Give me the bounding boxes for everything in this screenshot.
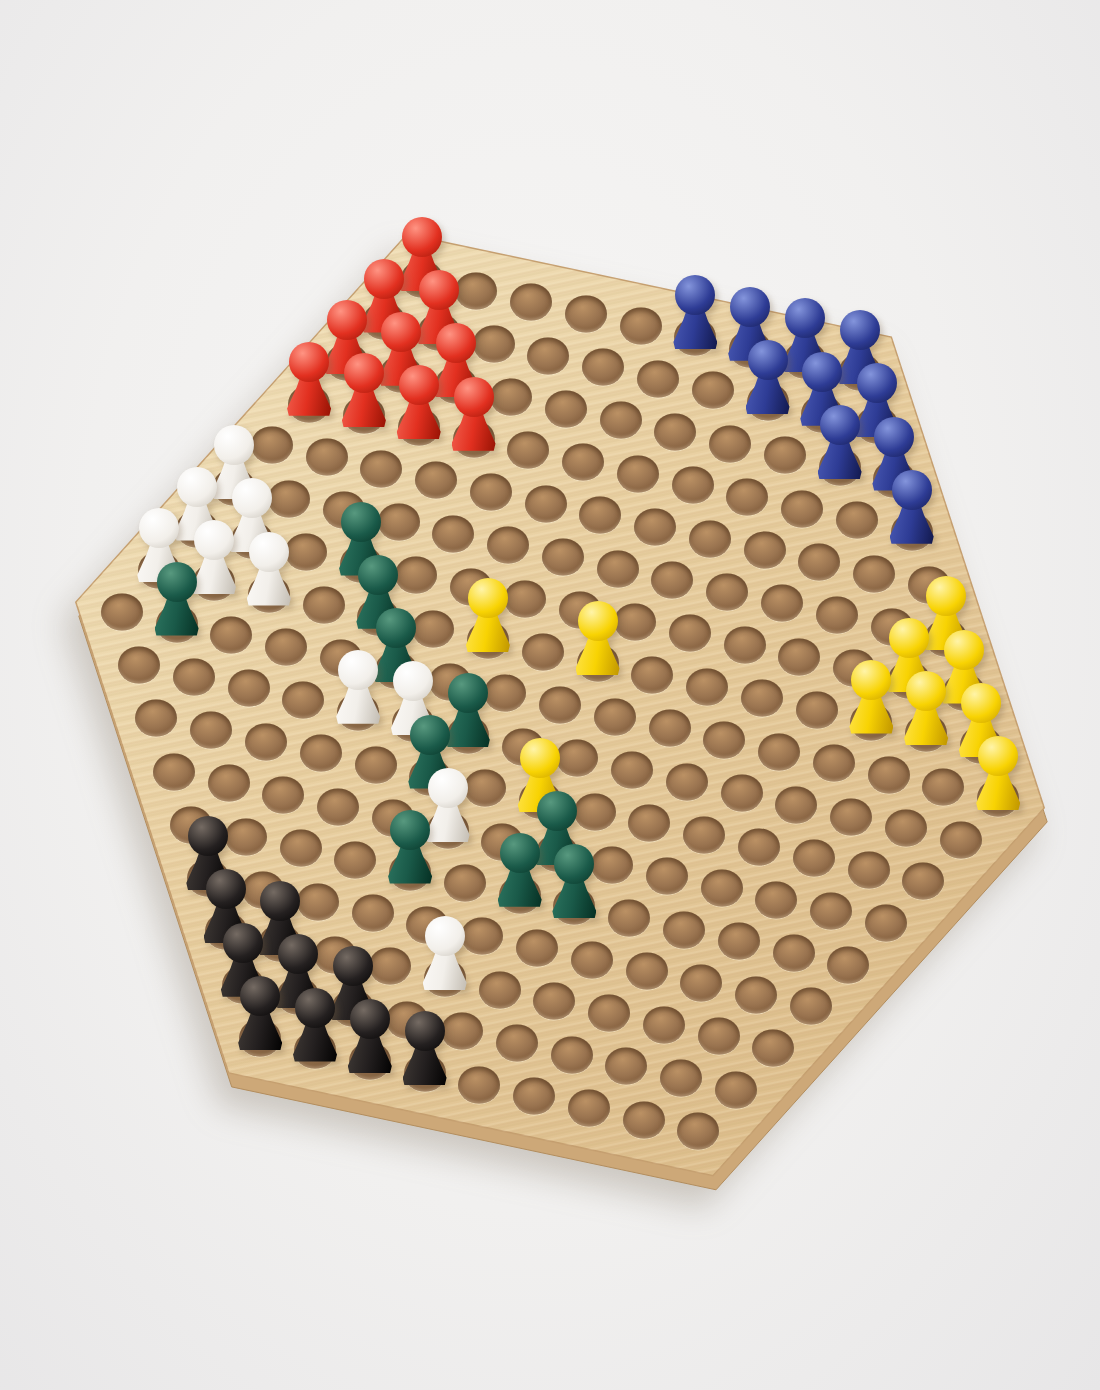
board-hole[interactable]: [758, 733, 800, 770]
yellow-peg-ball: [978, 736, 1018, 776]
black-peg-base: [403, 1045, 447, 1085]
board-hole[interactable]: [692, 372, 734, 409]
white-peg-base: [423, 950, 467, 990]
board-hole[interactable]: [208, 765, 250, 802]
board-hole[interactable]: [885, 809, 927, 846]
board-hole[interactable]: [721, 775, 763, 812]
yellow-peg-ball: [906, 671, 946, 711]
peg-green[interactable]: [551, 844, 597, 918]
black-peg-ball: [188, 816, 228, 856]
board-hole[interactable]: [522, 633, 564, 670]
board-hole[interactable]: [649, 710, 691, 747]
blue-peg-ball: [748, 340, 788, 380]
board-hole[interactable]: [686, 668, 728, 705]
board-hole[interactable]: [513, 1078, 555, 1115]
peg-green[interactable]: [154, 562, 200, 636]
peg-black[interactable]: [292, 988, 338, 1062]
board-hole[interactable]: [683, 816, 725, 853]
peg-black[interactable]: [237, 976, 283, 1050]
board-hole[interactable]: [830, 798, 872, 835]
board-hole[interactable]: [741, 680, 783, 717]
board-hole[interactable]: [487, 527, 529, 564]
board-hole[interactable]: [228, 670, 270, 707]
board-hole[interactable]: [265, 628, 307, 665]
green-peg-base: [155, 596, 199, 636]
peg-yellow[interactable]: [848, 660, 894, 734]
green-peg-base: [388, 844, 432, 884]
board-hole[interactable]: [565, 295, 607, 332]
board-hole[interactable]: [458, 1066, 500, 1103]
white-peg-ball: [232, 478, 272, 518]
board-hole[interactable]: [262, 776, 304, 813]
board-hole[interactable]: [755, 881, 797, 918]
board-hole[interactable]: [562, 443, 604, 480]
board-hole[interactable]: [355, 746, 397, 783]
board-hole[interactable]: [643, 1006, 685, 1043]
red-peg-ball: [436, 323, 476, 363]
peg-red[interactable]: [286, 342, 332, 416]
blue-peg-ball: [730, 287, 770, 327]
board-hole[interactable]: [778, 638, 820, 675]
board-hole[interactable]: [718, 923, 760, 960]
red-peg-base: [452, 411, 496, 451]
blue-peg-base: [890, 504, 934, 544]
peg-yellow[interactable]: [903, 671, 949, 745]
black-peg-ball: [260, 881, 300, 921]
black-peg-ball: [295, 988, 335, 1028]
green-peg-ball: [554, 844, 594, 884]
board-hole[interactable]: [190, 711, 232, 748]
board-hole[interactable]: [761, 585, 803, 622]
red-peg-ball: [454, 377, 494, 417]
board-hole[interactable]: [571, 941, 613, 978]
red-peg-base: [287, 376, 331, 416]
blue-peg-ball: [892, 470, 932, 510]
board-hole[interactable]: [764, 437, 806, 474]
blue-peg-ball: [785, 298, 825, 338]
board-hole[interactable]: [539, 686, 581, 723]
board-hole[interactable]: [282, 681, 324, 718]
board-hole[interactable]: [620, 307, 662, 344]
white-peg-base: [336, 684, 380, 724]
black-peg-ball: [405, 1011, 445, 1051]
board-hole[interactable]: [623, 1101, 665, 1138]
white-peg-base: [247, 566, 291, 606]
peg-black[interactable]: [347, 999, 393, 1073]
blue-peg-base: [818, 439, 862, 479]
yellow-peg-ball: [468, 578, 508, 618]
red-peg-ball: [402, 217, 442, 257]
board-hole[interactable]: [542, 538, 584, 575]
green-peg-ball: [390, 810, 430, 850]
blue-peg-base: [746, 374, 790, 414]
blue-peg-ball: [802, 352, 842, 392]
blue-peg-base: [673, 309, 717, 349]
board-hole[interactable]: [631, 656, 673, 693]
board-hole[interactable]: [902, 863, 944, 900]
board-hole[interactable]: [813, 745, 855, 782]
board-hole[interactable]: [280, 830, 322, 867]
board-hole[interactable]: [810, 893, 852, 930]
board-hole[interactable]: [579, 497, 621, 534]
board-hole[interactable]: [752, 1029, 794, 1066]
board-hole[interactable]: [738, 828, 780, 865]
board-hole[interactable]: [698, 1018, 740, 1055]
board-hole[interactable]: [303, 587, 345, 624]
board-hole[interactable]: [617, 455, 659, 492]
board-hole[interactable]: [507, 432, 549, 469]
board-hole[interactable]: [637, 360, 679, 397]
peg-green[interactable]: [497, 833, 543, 907]
board-hole[interactable]: [735, 976, 777, 1013]
yellow-peg-ball: [889, 618, 929, 658]
board-hole[interactable]: [651, 561, 693, 598]
board-hole[interactable]: [816, 596, 858, 633]
board-hole[interactable]: [677, 1112, 719, 1149]
board-hole[interactable]: [796, 691, 838, 728]
peg-green[interactable]: [387, 810, 433, 884]
board-hole[interactable]: [726, 478, 768, 515]
white-peg-ball: [177, 467, 217, 507]
board-hole[interactable]: [510, 284, 552, 321]
black-peg-ball: [278, 934, 318, 974]
board-hole[interactable]: [781, 490, 823, 527]
board-hole[interactable]: [594, 698, 636, 735]
green-peg-base: [552, 878, 596, 918]
board-hole[interactable]: [525, 485, 567, 522]
board-hole[interactable]: [773, 934, 815, 971]
green-peg-ball: [376, 608, 416, 648]
board-hole[interactable]: [317, 788, 359, 825]
yellow-peg-base: [976, 770, 1020, 810]
peg-yellow[interactable]: [575, 601, 621, 675]
peg-white[interactable]: [335, 650, 381, 724]
board-hole[interactable]: [597, 550, 639, 587]
board-hole[interactable]: [153, 753, 195, 790]
board-hole[interactable]: [444, 864, 486, 901]
white-peg-ball: [139, 508, 179, 548]
photo-backdrop: [0, 0, 1100, 1390]
board-hole[interactable]: [306, 438, 348, 475]
board-hole[interactable]: [173, 658, 215, 695]
yellow-peg-ball: [578, 601, 618, 641]
board-hole[interactable]: [922, 768, 964, 805]
blue-peg-ball: [840, 310, 880, 350]
board-hole[interactable]: [666, 763, 708, 800]
board-hole[interactable]: [245, 723, 287, 760]
peg-red[interactable]: [341, 353, 387, 427]
peg-black[interactable]: [402, 1011, 448, 1085]
board-hole[interactable]: [646, 858, 688, 895]
yellow-peg-base: [849, 694, 893, 734]
board-hole[interactable]: [135, 700, 177, 737]
green-peg-ball: [358, 555, 398, 595]
red-peg-ball: [289, 342, 329, 382]
board-hole[interactable]: [628, 805, 670, 842]
green-peg-ball: [500, 833, 540, 873]
white-peg-ball: [249, 532, 289, 572]
blue-peg-ball: [820, 405, 860, 445]
yellow-peg-base: [904, 705, 948, 745]
black-peg-ball: [240, 976, 280, 1016]
board-hole[interactable]: [334, 841, 376, 878]
red-peg-base: [397, 399, 441, 439]
red-peg-ball: [381, 312, 421, 352]
yellow-peg-ball: [926, 576, 966, 616]
board-hole[interactable]: [709, 425, 751, 462]
board-hole[interactable]: [568, 1089, 610, 1126]
black-peg-base: [293, 1022, 337, 1062]
board-hole[interactable]: [680, 964, 722, 1001]
green-peg-ball: [448, 673, 488, 713]
white-peg-ball: [338, 650, 378, 690]
board-hole[interactable]: [470, 473, 512, 510]
green-peg-ball: [410, 715, 450, 755]
yellow-peg-ball: [520, 738, 560, 778]
board-hole[interactable]: [793, 839, 835, 876]
red-peg-ball: [364, 259, 404, 299]
board-hole[interactable]: [663, 911, 705, 948]
white-peg-ball: [194, 520, 234, 560]
board-hole[interactable]: [689, 520, 731, 557]
board-hole[interactable]: [853, 555, 895, 592]
green-peg-ball: [157, 562, 197, 602]
board-hole[interactable]: [415, 462, 457, 499]
board-hole[interactable]: [654, 413, 696, 450]
board-hole[interactable]: [533, 983, 575, 1020]
board-hole[interactable]: [744, 532, 786, 569]
board-hole[interactable]: [479, 971, 521, 1008]
board-hole[interactable]: [516, 929, 558, 966]
board-hole[interactable]: [588, 994, 630, 1031]
board-hole[interactable]: [432, 515, 474, 552]
white-peg-ball: [214, 425, 254, 465]
board-hole[interactable]: [360, 450, 402, 487]
black-peg-base: [238, 1010, 282, 1050]
board-hole[interactable]: [724, 626, 766, 663]
board-hole[interactable]: [611, 751, 653, 788]
board-hole[interactable]: [672, 467, 714, 504]
board-hole[interactable]: [210, 616, 252, 653]
yellow-peg-base: [576, 635, 620, 675]
green-peg-ball: [341, 502, 381, 542]
holes-and-pegs-layer: [0, 0, 1100, 1390]
board-hole[interactable]: [496, 1024, 538, 1061]
board-hole[interactable]: [715, 1071, 757, 1108]
yellow-peg-ball: [851, 660, 891, 700]
peg-red[interactable]: [451, 377, 497, 451]
yellow-peg-ball: [961, 683, 1001, 723]
board-hole[interactable]: [669, 615, 711, 652]
board-hole[interactable]: [527, 337, 569, 374]
black-peg-ball: [206, 869, 246, 909]
peg-yellow[interactable]: [975, 736, 1021, 810]
board-hole[interactable]: [827, 946, 869, 983]
peg-blue[interactable]: [889, 470, 935, 544]
board-hole[interactable]: [775, 786, 817, 823]
peg-white[interactable]: [246, 532, 292, 606]
white-peg-ball: [393, 661, 433, 701]
green-peg-base: [498, 867, 542, 907]
black-peg-ball: [333, 946, 373, 986]
black-peg-base: [348, 1033, 392, 1073]
board-hole[interactable]: [600, 402, 642, 439]
red-peg-ball: [419, 270, 459, 310]
white-peg-ball: [428, 768, 468, 808]
peg-yellow[interactable]: [465, 578, 511, 652]
board-hole[interactable]: [582, 348, 624, 385]
board-hole[interactable]: [118, 646, 160, 683]
peg-blue[interactable]: [817, 405, 863, 479]
board-hole[interactable]: [634, 508, 676, 545]
board-hole[interactable]: [868, 756, 910, 793]
board-hole[interactable]: [660, 1059, 702, 1096]
red-peg-ball: [344, 353, 384, 393]
board-hole[interactable]: [551, 1036, 593, 1073]
blue-peg-ball: [874, 417, 914, 457]
yellow-peg-base: [466, 612, 510, 652]
board-hole[interactable]: [545, 390, 587, 427]
blue-peg-ball: [857, 363, 897, 403]
board-hole[interactable]: [836, 502, 878, 539]
peg-blue[interactable]: [672, 275, 718, 349]
board-hole[interactable]: [605, 1048, 647, 1085]
board-hole[interactable]: [798, 543, 840, 580]
peg-white[interactable]: [422, 916, 468, 990]
board-hole[interactable]: [608, 899, 650, 936]
black-peg-ball: [223, 923, 263, 963]
white-peg-ball: [425, 916, 465, 956]
board-hole[interactable]: [703, 721, 745, 758]
peg-blue[interactable]: [745, 340, 791, 414]
board-hole[interactable]: [626, 953, 668, 990]
red-peg-ball: [399, 365, 439, 405]
board-hole[interactable]: [790, 988, 832, 1025]
red-peg-base: [342, 387, 386, 427]
blue-peg-ball: [675, 275, 715, 315]
board-hole[interactable]: [101, 593, 143, 630]
yellow-peg-ball: [944, 630, 984, 670]
green-peg-ball: [537, 791, 577, 831]
board-hole[interactable]: [701, 869, 743, 906]
board-hole[interactable]: [865, 904, 907, 941]
board-hole[interactable]: [706, 573, 748, 610]
peg-red[interactable]: [396, 365, 442, 439]
board-hole[interactable]: [352, 894, 394, 931]
black-peg-ball: [350, 999, 390, 1039]
board-hole[interactable]: [940, 821, 982, 858]
red-peg-ball: [327, 300, 367, 340]
board-hole[interactable]: [300, 735, 342, 772]
board-hole[interactable]: [848, 851, 890, 888]
